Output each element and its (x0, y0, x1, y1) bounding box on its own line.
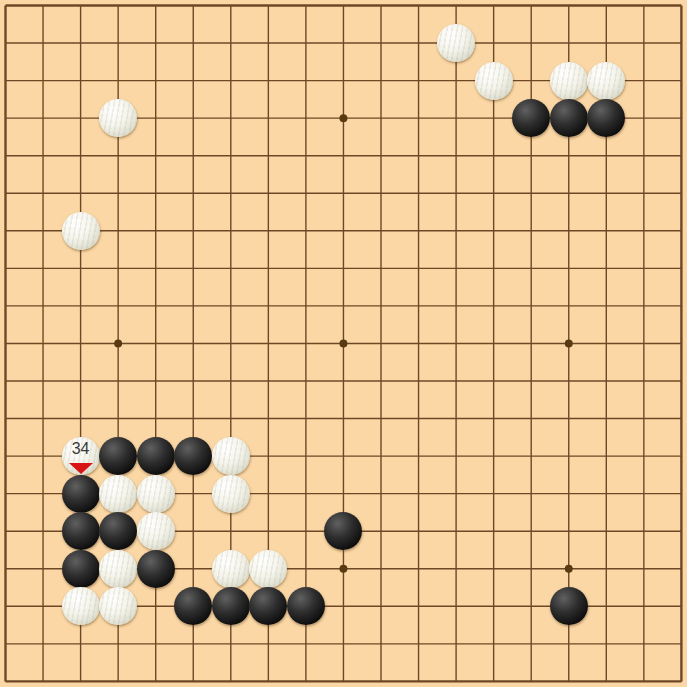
intersection[interactable] (0, 663, 24, 687)
intersection[interactable] (99, 325, 137, 363)
intersection[interactable] (212, 400, 250, 438)
intersection[interactable] (400, 663, 438, 687)
intersection[interactable] (137, 62, 175, 100)
intersection[interactable] (550, 437, 588, 475)
intersection[interactable] (287, 287, 325, 325)
intersection[interactable] (174, 0, 212, 24)
intersection[interactable] (512, 212, 550, 250)
intersection[interactable] (550, 587, 588, 625)
intersection[interactable] (663, 587, 687, 625)
intersection[interactable] (99, 250, 137, 288)
intersection[interactable] (400, 362, 438, 400)
intersection[interactable] (0, 212, 24, 250)
intersection[interactable] (663, 625, 687, 663)
intersection[interactable] (325, 437, 363, 475)
intersection[interactable] (325, 550, 363, 588)
intersection[interactable] (362, 512, 400, 550)
intersection[interactable] (287, 250, 325, 288)
intersection[interactable] (437, 437, 475, 475)
intersection[interactable] (625, 212, 663, 250)
intersection[interactable] (663, 212, 687, 250)
intersection[interactable] (250, 137, 288, 175)
intersection[interactable] (287, 512, 325, 550)
intersection[interactable] (212, 325, 250, 363)
intersection[interactable] (587, 24, 625, 62)
intersection[interactable] (437, 24, 475, 62)
intersection[interactable] (437, 62, 475, 100)
intersection[interactable] (137, 362, 175, 400)
intersection[interactable] (550, 663, 588, 687)
intersection[interactable] (137, 250, 175, 288)
intersection[interactable] (663, 400, 687, 438)
intersection[interactable] (512, 400, 550, 438)
intersection[interactable] (0, 62, 24, 100)
intersection[interactable] (437, 99, 475, 137)
intersection[interactable] (663, 325, 687, 363)
intersection[interactable] (400, 137, 438, 175)
intersection[interactable] (325, 475, 363, 513)
intersection[interactable] (0, 325, 24, 363)
intersection[interactable] (24, 0, 62, 24)
intersection[interactable] (24, 62, 62, 100)
intersection[interactable] (62, 137, 100, 175)
intersection[interactable] (475, 437, 513, 475)
intersection[interactable] (325, 587, 363, 625)
intersection[interactable] (362, 587, 400, 625)
intersection[interactable] (62, 587, 100, 625)
intersection[interactable] (212, 24, 250, 62)
intersection[interactable] (663, 24, 687, 62)
intersection[interactable] (250, 512, 288, 550)
intersection[interactable] (24, 212, 62, 250)
intersection[interactable] (325, 212, 363, 250)
intersection[interactable] (325, 174, 363, 212)
intersection[interactable] (550, 174, 588, 212)
intersection[interactable] (437, 287, 475, 325)
intersection[interactable] (24, 475, 62, 513)
intersection[interactable] (24, 24, 62, 62)
intersection[interactable] (174, 475, 212, 513)
intersection[interactable] (287, 325, 325, 363)
intersection[interactable] (475, 400, 513, 438)
intersection[interactable] (0, 0, 24, 24)
intersection[interactable] (550, 99, 588, 137)
intersection[interactable] (362, 99, 400, 137)
intersection[interactable] (437, 475, 475, 513)
intersection[interactable] (250, 587, 288, 625)
intersection[interactable] (550, 24, 588, 62)
intersection[interactable] (137, 0, 175, 24)
intersection[interactable] (137, 400, 175, 438)
intersection[interactable] (174, 287, 212, 325)
intersection[interactable] (512, 325, 550, 363)
intersection[interactable] (24, 512, 62, 550)
intersection[interactable] (475, 362, 513, 400)
intersection[interactable] (137, 625, 175, 663)
intersection[interactable] (587, 62, 625, 100)
intersection[interactable] (99, 212, 137, 250)
intersection[interactable] (362, 550, 400, 588)
intersection[interactable] (437, 587, 475, 625)
intersection[interactable] (400, 99, 438, 137)
intersection[interactable] (475, 625, 513, 663)
intersection[interactable] (550, 400, 588, 438)
intersection[interactable] (24, 137, 62, 175)
intersection[interactable] (587, 287, 625, 325)
intersection[interactable] (362, 62, 400, 100)
intersection[interactable] (0, 174, 24, 212)
intersection[interactable] (400, 0, 438, 24)
intersection[interactable] (512, 362, 550, 400)
intersection[interactable] (137, 437, 175, 475)
intersection[interactable] (325, 99, 363, 137)
intersection[interactable] (437, 325, 475, 363)
intersection[interactable] (400, 437, 438, 475)
intersection[interactable] (174, 663, 212, 687)
intersection[interactable] (625, 550, 663, 588)
intersection[interactable] (475, 550, 513, 588)
intersection[interactable] (550, 250, 588, 288)
intersection[interactable] (287, 174, 325, 212)
intersection[interactable] (174, 437, 212, 475)
intersection[interactable] (325, 0, 363, 24)
intersection[interactable] (24, 625, 62, 663)
intersection[interactable] (437, 400, 475, 438)
intersection[interactable] (512, 437, 550, 475)
intersection[interactable] (174, 99, 212, 137)
intersection[interactable] (475, 512, 513, 550)
intersection[interactable] (625, 174, 663, 212)
intersection[interactable] (250, 475, 288, 513)
intersection[interactable] (475, 287, 513, 325)
intersection[interactable] (0, 99, 24, 137)
intersection[interactable] (62, 212, 100, 250)
intersection[interactable] (0, 587, 24, 625)
intersection[interactable] (587, 437, 625, 475)
intersection[interactable] (212, 174, 250, 212)
intersection[interactable] (663, 174, 687, 212)
intersection[interactable] (587, 625, 625, 663)
intersection[interactable] (287, 99, 325, 137)
intersection[interactable] (62, 287, 100, 325)
intersection[interactable] (587, 587, 625, 625)
intersection[interactable] (62, 400, 100, 438)
intersection[interactable] (325, 287, 363, 325)
intersection[interactable] (475, 587, 513, 625)
intersection[interactable] (287, 625, 325, 663)
intersection[interactable] (0, 625, 24, 663)
intersection[interactable] (174, 174, 212, 212)
intersection[interactable] (400, 550, 438, 588)
intersection[interactable] (212, 475, 250, 513)
intersection[interactable] (512, 663, 550, 687)
intersection[interactable] (663, 99, 687, 137)
intersection[interactable] (62, 663, 100, 687)
intersection[interactable] (625, 625, 663, 663)
intersection[interactable] (475, 663, 513, 687)
intersection[interactable] (99, 24, 137, 62)
intersection[interactable] (212, 625, 250, 663)
intersection[interactable] (212, 550, 250, 588)
intersection[interactable] (62, 99, 100, 137)
intersection[interactable] (174, 250, 212, 288)
intersection[interactable] (437, 625, 475, 663)
intersection[interactable] (174, 512, 212, 550)
intersection[interactable] (212, 512, 250, 550)
intersection[interactable] (362, 250, 400, 288)
intersection[interactable] (287, 475, 325, 513)
intersection[interactable] (0, 137, 24, 175)
intersection[interactable] (475, 475, 513, 513)
intersection[interactable] (24, 325, 62, 363)
intersection[interactable] (475, 62, 513, 100)
intersection[interactable] (99, 362, 137, 400)
intersection[interactable] (137, 587, 175, 625)
intersection[interactable] (99, 512, 137, 550)
intersection[interactable] (250, 62, 288, 100)
intersection[interactable] (174, 325, 212, 363)
intersection[interactable] (512, 137, 550, 175)
intersection[interactable] (287, 0, 325, 24)
intersection[interactable] (362, 475, 400, 513)
intersection[interactable] (287, 437, 325, 475)
intersection[interactable] (62, 174, 100, 212)
intersection[interactable] (325, 62, 363, 100)
intersection[interactable] (0, 362, 24, 400)
intersection[interactable] (362, 0, 400, 24)
intersection[interactable] (62, 475, 100, 513)
intersection[interactable] (362, 625, 400, 663)
intersection[interactable] (362, 24, 400, 62)
intersection[interactable] (400, 174, 438, 212)
intersection[interactable] (137, 475, 175, 513)
go-board[interactable]: 34 (0, 0, 687, 687)
intersection[interactable] (99, 663, 137, 687)
intersection[interactable] (0, 287, 24, 325)
intersection[interactable] (325, 663, 363, 687)
intersection[interactable] (250, 437, 288, 475)
intersection[interactable] (550, 0, 588, 24)
intersection[interactable] (437, 512, 475, 550)
intersection[interactable] (512, 99, 550, 137)
intersection[interactable] (475, 174, 513, 212)
intersection[interactable] (99, 587, 137, 625)
intersection[interactable] (400, 587, 438, 625)
intersection[interactable] (250, 0, 288, 24)
intersection[interactable] (587, 550, 625, 588)
intersection[interactable] (475, 212, 513, 250)
intersection[interactable] (287, 550, 325, 588)
intersection[interactable] (362, 287, 400, 325)
intersection[interactable] (174, 137, 212, 175)
intersection[interactable] (62, 62, 100, 100)
intersection[interactable] (212, 437, 250, 475)
intersection[interactable] (437, 212, 475, 250)
intersection[interactable] (62, 625, 100, 663)
intersection[interactable] (512, 250, 550, 288)
intersection[interactable] (587, 475, 625, 513)
intersection[interactable] (99, 99, 137, 137)
intersection[interactable] (325, 325, 363, 363)
intersection[interactable] (287, 362, 325, 400)
intersection[interactable] (99, 62, 137, 100)
intersection[interactable] (663, 287, 687, 325)
intersection[interactable] (0, 475, 24, 513)
intersection[interactable] (325, 362, 363, 400)
intersection[interactable] (0, 250, 24, 288)
intersection[interactable] (137, 24, 175, 62)
intersection[interactable] (250, 250, 288, 288)
intersection[interactable] (587, 99, 625, 137)
intersection[interactable] (663, 475, 687, 513)
intersection[interactable] (437, 663, 475, 687)
intersection[interactable] (325, 400, 363, 438)
intersection[interactable] (99, 137, 137, 175)
intersection[interactable] (625, 512, 663, 550)
intersection[interactable] (400, 212, 438, 250)
intersection[interactable] (62, 325, 100, 363)
intersection[interactable] (24, 362, 62, 400)
intersection[interactable] (475, 250, 513, 288)
intersection[interactable] (550, 362, 588, 400)
intersection[interactable] (550, 550, 588, 588)
intersection[interactable] (475, 99, 513, 137)
intersection[interactable] (400, 62, 438, 100)
intersection[interactable] (0, 24, 24, 62)
intersection[interactable] (137, 212, 175, 250)
intersection[interactable] (512, 550, 550, 588)
intersection[interactable] (250, 99, 288, 137)
intersection[interactable] (250, 212, 288, 250)
intersection[interactable] (663, 663, 687, 687)
intersection[interactable] (137, 174, 175, 212)
intersection[interactable] (212, 250, 250, 288)
intersection[interactable] (512, 587, 550, 625)
intersection[interactable] (99, 287, 137, 325)
intersection[interactable] (325, 250, 363, 288)
intersection[interactable] (287, 212, 325, 250)
intersection[interactable] (475, 137, 513, 175)
intersection[interactable] (174, 587, 212, 625)
intersection[interactable] (400, 400, 438, 438)
intersection[interactable] (287, 587, 325, 625)
intersection[interactable] (400, 325, 438, 363)
intersection[interactable] (99, 475, 137, 513)
intersection[interactable] (99, 625, 137, 663)
intersection[interactable] (437, 137, 475, 175)
intersection[interactable] (62, 550, 100, 588)
intersection[interactable] (437, 0, 475, 24)
intersection[interactable] (362, 663, 400, 687)
intersection[interactable] (587, 400, 625, 438)
intersection[interactable] (24, 250, 62, 288)
intersection[interactable] (0, 512, 24, 550)
intersection[interactable] (550, 137, 588, 175)
intersection[interactable] (625, 587, 663, 625)
intersection[interactable] (587, 663, 625, 687)
intersection[interactable] (400, 287, 438, 325)
intersection[interactable] (587, 325, 625, 363)
intersection[interactable] (250, 174, 288, 212)
intersection[interactable] (99, 0, 137, 24)
intersection[interactable] (625, 137, 663, 175)
intersection[interactable] (287, 62, 325, 100)
intersection[interactable] (362, 362, 400, 400)
intersection[interactable] (250, 400, 288, 438)
intersection[interactable] (625, 99, 663, 137)
intersection[interactable] (174, 400, 212, 438)
intersection[interactable] (0, 400, 24, 438)
intersection[interactable] (475, 325, 513, 363)
intersection[interactable] (512, 512, 550, 550)
intersection[interactable] (587, 0, 625, 24)
intersection[interactable] (0, 550, 24, 588)
intersection[interactable] (250, 325, 288, 363)
intersection[interactable] (137, 325, 175, 363)
intersection[interactable] (512, 625, 550, 663)
intersection[interactable] (287, 24, 325, 62)
intersection[interactable] (62, 250, 100, 288)
intersection[interactable] (475, 0, 513, 24)
intersection[interactable] (437, 250, 475, 288)
intersection[interactable] (550, 62, 588, 100)
intersection[interactable] (625, 325, 663, 363)
intersection[interactable] (250, 625, 288, 663)
intersection[interactable] (625, 62, 663, 100)
intersection[interactable] (625, 24, 663, 62)
intersection[interactable] (550, 325, 588, 363)
intersection[interactable] (24, 663, 62, 687)
intersection[interactable] (400, 250, 438, 288)
intersection[interactable] (250, 287, 288, 325)
intersection[interactable] (174, 24, 212, 62)
intersection[interactable] (62, 512, 100, 550)
intersection[interactable] (174, 362, 212, 400)
intersection[interactable] (663, 437, 687, 475)
intersection[interactable] (62, 362, 100, 400)
intersection[interactable] (212, 362, 250, 400)
intersection[interactable] (400, 475, 438, 513)
intersection[interactable] (512, 475, 550, 513)
intersection[interactable] (437, 174, 475, 212)
intersection[interactable] (512, 0, 550, 24)
intersection[interactable] (174, 625, 212, 663)
intersection[interactable] (325, 24, 363, 62)
intersection[interactable] (625, 400, 663, 438)
intersection[interactable] (24, 550, 62, 588)
intersection[interactable] (137, 663, 175, 687)
intersection[interactable] (550, 625, 588, 663)
intersection[interactable] (362, 400, 400, 438)
intersection[interactable] (212, 287, 250, 325)
intersection[interactable] (24, 99, 62, 137)
intersection[interactable] (663, 250, 687, 288)
intersection[interactable] (663, 362, 687, 400)
intersection[interactable] (250, 362, 288, 400)
intersection[interactable] (400, 512, 438, 550)
intersection[interactable] (663, 137, 687, 175)
intersection[interactable] (62, 24, 100, 62)
intersection[interactable] (62, 0, 100, 24)
intersection[interactable] (625, 663, 663, 687)
intersection[interactable] (663, 550, 687, 588)
intersection[interactable] (587, 212, 625, 250)
intersection[interactable] (550, 287, 588, 325)
intersection[interactable] (587, 512, 625, 550)
intersection[interactable] (250, 550, 288, 588)
intersection[interactable] (587, 137, 625, 175)
intersection[interactable] (174, 62, 212, 100)
